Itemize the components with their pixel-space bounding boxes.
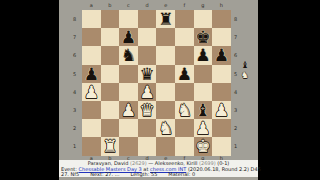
square-b4: [101, 83, 120, 101]
square-d6: [138, 46, 157, 64]
square-a2: [82, 119, 101, 137]
square-a4: ♟: [82, 83, 101, 101]
board-panel: abcdefgh abcdefgh 87654321 87654321 ♜♟♚♞…: [59, 0, 258, 180]
file-label-g: g: [194, 2, 213, 8]
event-line: Event: Chessable Masters Day 3 at chess.…: [59, 167, 258, 173]
square-e1: [156, 137, 175, 155]
chess-diagram-thumbnail: abcdefgh abcdefgh 87654321 87654321 ♜♟♚♞…: [0, 0, 320, 180]
file-label-b: b: [101, 2, 120, 8]
rank-label-8: 8: [232, 10, 239, 28]
square-c5: [119, 65, 138, 83]
rank-label-3: 3: [71, 101, 78, 119]
square-e3: [156, 101, 175, 119]
square-a5: ♟: [82, 65, 101, 83]
next-move: Next: 27. ...: [90, 172, 119, 178]
piece-black-pawn: ♟: [175, 65, 194, 83]
file-label-h: h: [212, 2, 231, 8]
square-g7: ♚: [194, 28, 213, 46]
file-label-f: f: [175, 2, 194, 8]
piece-white-knight: ♞: [156, 119, 175, 137]
square-d4: ♟: [138, 83, 157, 101]
piece-black-pawn: ♟: [194, 46, 213, 64]
square-g5: [194, 65, 213, 83]
square-h2: [212, 119, 231, 137]
square-b2: [101, 119, 120, 137]
square-g8: [194, 10, 213, 28]
file-label-c: c: [119, 2, 138, 8]
square-g4: [194, 83, 213, 101]
piece-white-pawn: ♟: [194, 119, 213, 137]
caption-strip: Paravyan, David (2629) — Alekseenko, Kir…: [59, 160, 258, 177]
piece-black-pawn: ♟: [119, 28, 138, 46]
file-label-a: a: [82, 2, 101, 8]
square-d8: [138, 10, 157, 28]
square-d3: ♛: [138, 101, 157, 119]
square-f8: [175, 10, 194, 28]
piece-black-pawn: ♟: [212, 46, 231, 64]
white-knight-icon: ♞: [241, 70, 249, 80]
rank-label-6: 6: [232, 46, 239, 64]
square-d5: ♛: [138, 65, 157, 83]
square-b8: [101, 10, 120, 28]
game-length: Length: 55: [130, 172, 157, 178]
square-f2: [175, 119, 194, 137]
square-f3: ♞: [175, 101, 194, 119]
rank-label-7: 7: [232, 28, 239, 46]
square-c3: ♟: [119, 101, 138, 119]
square-c2: [119, 119, 138, 137]
chess-board: ♜♟♚♞♟♟♟♛♟♟♟♟♛♞♝♟♞♟♜♚: [82, 10, 231, 156]
square-f5: ♟: [175, 65, 194, 83]
rank-label-2: 2: [71, 119, 78, 137]
square-a7: [82, 28, 101, 46]
square-c8: [119, 10, 138, 28]
square-g6: ♟: [194, 46, 213, 64]
rank-labels-left: 87654321: [71, 10, 78, 156]
square-c1: [119, 137, 138, 155]
event-details: (2020.06.18, Round 2.2): [188, 166, 249, 172]
square-b1: ♜: [101, 137, 120, 155]
square-c6: ♞: [119, 46, 138, 64]
square-c7: ♟: [119, 28, 138, 46]
file-label-e: e: [156, 2, 175, 8]
square-h5: [212, 65, 231, 83]
rank-label-8: 8: [71, 10, 78, 28]
square-f1: [175, 137, 194, 155]
square-e7: [156, 28, 175, 46]
square-f7: [175, 28, 194, 46]
piece-black-rook: ♜: [156, 10, 175, 28]
rank-labels-right: 87654321: [232, 10, 239, 156]
square-b7: [101, 28, 120, 46]
square-f4: [175, 83, 194, 101]
square-e4: [156, 83, 175, 101]
square-e8: ♜: [156, 10, 175, 28]
piece-black-king: ♚: [194, 28, 213, 46]
square-a3: [82, 101, 101, 119]
piece-white-pawn: ♟: [138, 83, 157, 101]
square-g1: ♚: [194, 137, 213, 155]
square-h4: [212, 83, 231, 101]
square-e5: [156, 65, 175, 83]
rank-label-4: 4: [232, 83, 239, 101]
square-h8: [212, 10, 231, 28]
file-labels-top: abcdefgh: [82, 2, 231, 8]
square-f6: [175, 46, 194, 64]
status-line: 27. Nf5 Next: 27. ... Length: 55 Materia…: [59, 172, 258, 178]
piece-black-knight: ♞: [119, 46, 138, 64]
material-balance: Material: 0: [168, 172, 195, 178]
square-g2: ♟: [194, 119, 213, 137]
square-e2: ♞: [156, 119, 175, 137]
square-h7: [212, 28, 231, 46]
square-b6: [101, 46, 120, 64]
last-move: 27. Nf5: [61, 172, 79, 178]
piece-white-pawn: ♟: [82, 83, 101, 101]
rank-label-1: 1: [71, 137, 78, 155]
square-b3: [101, 101, 120, 119]
black-bishop-icon: ♝: [241, 60, 249, 70]
piece-white-pawn: ♟: [119, 101, 138, 119]
square-d1: [138, 137, 157, 155]
material-indicator: ♝♞: [239, 60, 251, 80]
file-label-d: d: [138, 2, 157, 8]
square-g3: ♝: [194, 101, 213, 119]
piece-white-rook: ♜: [101, 137, 120, 155]
square-e6: [156, 46, 175, 64]
rank-label-5: 5: [71, 65, 78, 83]
square-b5: [101, 65, 120, 83]
rank-label-3: 3: [232, 101, 239, 119]
rank-label-4: 4: [71, 83, 78, 101]
square-h1: [212, 137, 231, 155]
rank-label-6: 6: [71, 46, 78, 64]
rank-label-5: 5: [232, 65, 239, 83]
piece-white-knight: ♞: [175, 101, 194, 119]
piece-black-queen: ♛: [138, 65, 157, 83]
rank-label-7: 7: [71, 28, 78, 46]
square-a6: [82, 46, 101, 64]
square-d2: [138, 119, 157, 137]
square-h3: ♟: [212, 101, 231, 119]
piece-white-king: ♚: [194, 137, 213, 155]
rank-label-1: 1: [232, 137, 239, 155]
piece-black-pawn: ♟: [82, 65, 101, 83]
square-d7: [138, 28, 157, 46]
piece-black-bishop: ♝: [194, 101, 213, 119]
rank-label-2: 2: [232, 119, 239, 137]
piece-white-queen: ♛: [138, 101, 157, 119]
square-a8: [82, 10, 101, 28]
square-h6: ♟: [212, 46, 231, 64]
square-a1: [82, 137, 101, 155]
piece-white-pawn: ♟: [212, 101, 231, 119]
square-c4: [119, 83, 138, 101]
eco-code: D45: [251, 166, 261, 172]
